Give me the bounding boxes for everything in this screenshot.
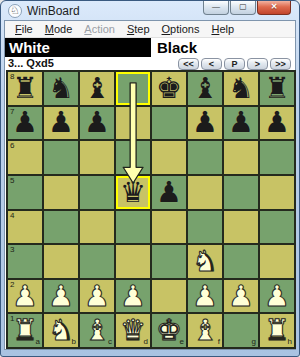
rank-label-6: 6 [10,142,14,150]
square-f8[interactable]: ♝ [188,72,222,105]
last-move-text: 3... Qxd5 [8,58,54,69]
menu-help[interactable]: Help [205,22,240,36]
square-b4[interactable] [44,211,78,244]
white-knight-f3[interactable]: ♞ [192,247,218,276]
square-b6[interactable] [44,141,78,174]
step-back-button[interactable]: < [201,58,222,70]
rank-label-2: 2 [10,281,14,289]
white-queen-d1[interactable]: ♛ [120,316,146,345]
square-a2[interactable]: 2♟ [8,280,42,313]
square-b5[interactable] [44,176,78,209]
square-d6[interactable] [116,141,150,174]
menu-bar: File Mode Action Step Options Help [5,21,295,38]
square-b2[interactable]: ♟ [44,280,78,313]
white-clock: White [5,38,151,57]
file-label-f: f [218,338,220,346]
menu-file[interactable]: File [9,22,39,36]
square-e7[interactable] [152,107,186,140]
square-a7[interactable]: 7♟ [8,107,42,140]
minimize-button[interactable]: — [203,1,229,15]
maximize-button[interactable]: ▢ [230,1,256,15]
white-king-e1[interactable]: ♚ [156,316,182,345]
square-f7[interactable]: ♟ [188,107,222,140]
nav-buttons: << < P > >> [178,58,291,70]
square-f6[interactable] [188,141,222,174]
square-d4[interactable] [116,211,150,244]
square-e1[interactable]: e♚ [152,314,186,347]
white-bishop-f1[interactable]: ♝ [192,316,218,345]
white-pawn-h2[interactable]: ♟ [264,282,290,311]
black-pawn-g7[interactable]: ♟ [228,108,254,137]
square-d5[interactable]: ♛ [116,176,150,209]
rank-label-3: 3 [10,246,14,254]
square-c6[interactable] [80,141,114,174]
menu-options[interactable]: Options [156,22,206,36]
square-d7[interactable] [116,107,150,140]
square-c2[interactable]: ♟ [80,280,114,313]
white-knight-b1[interactable]: ♞ [48,316,74,345]
square-h5[interactable] [260,176,294,209]
file-label-d: d [144,338,148,346]
square-h8[interactable]: ♜ [260,72,294,105]
white-pawn-d2[interactable]: ♟ [120,282,146,311]
white-bishop-c1[interactable]: ♝ [84,316,110,345]
square-e8[interactable]: ♚ [152,72,186,105]
square-g7[interactable]: ♟ [224,107,258,140]
square-c7[interactable]: ♟ [80,107,114,140]
square-f1[interactable]: f♝ [188,314,222,347]
black-rook-h8[interactable]: ♜ [264,74,290,103]
black-knight-g8[interactable]: ♞ [228,74,254,103]
square-a8[interactable]: 8♜ [8,72,42,105]
square-d2[interactable]: ♟ [116,280,150,313]
square-a1[interactable]: 1a♜ [8,314,42,347]
white-rook-a1[interactable]: ♜ [12,316,38,345]
square-a5[interactable]: 5 [8,176,42,209]
square-h4[interactable] [260,211,294,244]
file-label-h: h [288,338,292,346]
white-pawn-c2[interactable]: ♟ [84,282,110,311]
rank-label-1: 1 [10,315,14,323]
close-button[interactable]: ✕ [257,1,291,15]
square-g6[interactable] [224,141,258,174]
winboard-window: ♘ WinBoard — ▢ ✕ File Mode Action Step O… [0,0,300,357]
square-e6[interactable] [152,141,186,174]
square-e4[interactable] [152,211,186,244]
black-pawn-h7[interactable]: ♟ [264,108,290,137]
square-g2[interactable]: ♟ [224,280,258,313]
white-rook-h1[interactable]: ♜ [264,316,290,345]
square-b1[interactable]: b♞ [44,314,78,347]
rewind-to-start-button[interactable]: << [178,58,199,70]
square-b3[interactable] [44,245,78,278]
pause-button[interactable]: P [224,58,245,70]
square-e2[interactable] [152,280,186,313]
rank-label-7: 7 [10,108,14,116]
square-f4[interactable] [188,211,222,244]
square-c4[interactable] [80,211,114,244]
square-g3[interactable] [224,245,258,278]
window-content: File Mode Action Step Options Help White… [4,20,296,350]
square-f2[interactable]: ♟ [188,280,222,313]
file-label-a: a [36,338,40,346]
square-h1[interactable]: h♜ [260,314,294,347]
clock-bar: White Black [5,38,295,57]
square-g5[interactable] [224,176,258,209]
black-king-e8[interactable]: ♚ [156,74,182,103]
black-knight-b8[interactable]: ♞ [48,74,74,103]
square-f5[interactable] [188,176,222,209]
black-pawn-f7[interactable]: ♟ [192,108,218,137]
square-a6[interactable]: 6 [8,141,42,174]
menu-step[interactable]: Step [121,22,156,36]
black-queen-d5[interactable]: ♛ [120,178,146,207]
square-e5[interactable]: ♟ [152,176,186,209]
file-label-c: c [108,338,112,346]
menu-mode[interactable]: Mode [39,22,79,36]
white-pawn-b2[interactable]: ♟ [48,282,74,311]
square-h2[interactable]: ♟ [260,280,294,313]
square-h3[interactable] [260,245,294,278]
menu-action: Action [78,22,121,36]
square-b7[interactable]: ♟ [44,107,78,140]
square-g4[interactable] [224,211,258,244]
window-title: WinBoard [27,4,80,18]
file-label-b: b [72,338,76,346]
square-d1[interactable]: d♛ [116,314,150,347]
rank-label-4: 4 [10,212,14,220]
white-pawn-g2[interactable]: ♟ [228,282,254,311]
square-b8[interactable]: ♞ [44,72,78,105]
board-area: 8♜♞♝♚♝♞♜7♟♟♟♟♟♟65♛♟43♞2♟♟♟♟♟♟♟1a♜b♞c♝d♛e… [5,70,295,349]
black-pawn-e5[interactable]: ♟ [156,178,182,207]
black-bishop-f8[interactable]: ♝ [192,74,218,103]
black-pawn-c7[interactable]: ♟ [84,108,110,137]
chess-board[interactable]: 8♜♞♝♚♝♞♜7♟♟♟♟♟♟65♛♟43♞2♟♟♟♟♟♟♟1a♜b♞c♝d♛e… [6,70,296,349]
black-bishop-c8[interactable]: ♝ [84,74,110,103]
square-h7[interactable]: ♟ [260,107,294,140]
white-pawn-f2[interactable]: ♟ [192,282,218,311]
message-bar: 3... Qxd5 << < P > >> [5,57,295,70]
square-c8[interactable]: ♝ [80,72,114,105]
forward-to-end-button[interactable]: >> [270,58,291,70]
rank-label-8: 8 [10,73,14,81]
black-rook-a8[interactable]: ♜ [12,74,38,103]
file-label-e: e [180,338,184,346]
square-h6[interactable] [260,141,294,174]
square-d8[interactable] [116,72,150,105]
black-clock: Black [151,38,197,57]
winboard-knight-icon: ♘ [8,4,22,18]
square-e3[interactable] [152,245,186,278]
square-c3[interactable] [80,245,114,278]
black-pawn-b7[interactable]: ♟ [48,108,74,137]
window-controls: — ▢ ✕ [203,1,291,15]
white-pawn-a2[interactable]: ♟ [12,282,38,311]
square-c5[interactable] [80,176,114,209]
file-label-g: g [252,338,256,346]
square-a3[interactable]: 3 [8,245,42,278]
rank-label-5: 5 [10,177,14,185]
square-g8[interactable]: ♞ [224,72,258,105]
square-g1[interactable]: g [224,314,258,347]
black-pawn-a7[interactable]: ♟ [12,108,38,137]
square-f3[interactable]: ♞ [188,245,222,278]
step-forward-button[interactable]: > [247,58,268,70]
square-d3[interactable] [116,245,150,278]
square-a4[interactable]: 4 [8,211,42,244]
square-c1[interactable]: c♝ [80,314,114,347]
